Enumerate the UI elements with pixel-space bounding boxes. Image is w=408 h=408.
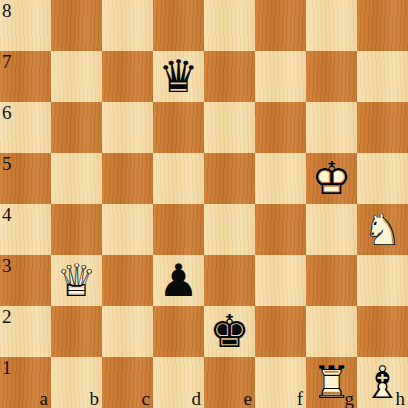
rank-label-6: 6 [2, 103, 12, 122]
square-d1[interactable]: d [153, 357, 204, 408]
square-c6[interactable] [102, 102, 153, 153]
square-e5[interactable] [204, 153, 255, 204]
square-f3[interactable] [255, 255, 306, 306]
square-e1[interactable]: e [204, 357, 255, 408]
rank-label-5: 5 [2, 154, 12, 173]
square-h1[interactable]: h♝♗ [357, 357, 408, 408]
square-c1[interactable]: c [102, 357, 153, 408]
black-pawn-fill-icon: ♟ [153, 255, 204, 306]
rank-label-2: 2 [2, 307, 12, 326]
square-c8[interactable] [102, 0, 153, 51]
square-e8[interactable] [204, 0, 255, 51]
square-f7[interactable] [255, 51, 306, 102]
rank-label-1: 1 [2, 358, 12, 377]
white-king[interactable]: ♚♔ [306, 153, 357, 204]
square-g8[interactable] [306, 0, 357, 51]
square-c4[interactable] [102, 204, 153, 255]
square-h8[interactable] [357, 0, 408, 51]
square-h5[interactable] [357, 153, 408, 204]
square-b6[interactable] [51, 102, 102, 153]
square-d2[interactable] [153, 306, 204, 357]
file-label-d: d [192, 389, 202, 408]
file-label-c: c [142, 389, 150, 408]
square-b5[interactable] [51, 153, 102, 204]
black-queen-fill-icon: ♛ [153, 51, 204, 102]
white-king-outline-icon: ♔ [306, 153, 357, 204]
square-a1[interactable]: 1a [0, 357, 51, 408]
white-rook[interactable]: ♜♖ [306, 357, 357, 408]
square-f4[interactable] [255, 204, 306, 255]
square-h3[interactable] [357, 255, 408, 306]
square-a7[interactable]: 7 [0, 51, 51, 102]
square-d7[interactable]: ♛ [153, 51, 204, 102]
square-d6[interactable] [153, 102, 204, 153]
square-e2[interactable]: ♚ [204, 306, 255, 357]
file-label-f: f [297, 389, 303, 408]
white-knight[interactable]: ♞♘ [357, 204, 408, 255]
square-d3[interactable]: ♟ [153, 255, 204, 306]
white-knight-outline-icon: ♘ [357, 204, 408, 255]
file-label-b: b [90, 389, 100, 408]
rank-label-3: 3 [2, 256, 12, 275]
white-rook-outline-icon: ♖ [306, 357, 357, 408]
square-g6[interactable] [306, 102, 357, 153]
black-king[interactable]: ♚ [204, 306, 255, 357]
square-c5[interactable] [102, 153, 153, 204]
square-f5[interactable] [255, 153, 306, 204]
square-h4[interactable]: ♞♘ [357, 204, 408, 255]
square-g3[interactable] [306, 255, 357, 306]
square-e6[interactable] [204, 102, 255, 153]
square-g5[interactable]: ♚♔ [306, 153, 357, 204]
file-label-e: e [244, 389, 252, 408]
black-pawn[interactable]: ♟ [153, 255, 204, 306]
square-d8[interactable] [153, 0, 204, 51]
square-a2[interactable]: 2 [0, 306, 51, 357]
square-a6[interactable]: 6 [0, 102, 51, 153]
square-h2[interactable] [357, 306, 408, 357]
square-f1[interactable]: f [255, 357, 306, 408]
square-d5[interactable] [153, 153, 204, 204]
square-c7[interactable] [102, 51, 153, 102]
square-f6[interactable] [255, 102, 306, 153]
rank-label-8: 8 [2, 1, 12, 20]
rank-label-4: 4 [2, 205, 12, 224]
square-e3[interactable] [204, 255, 255, 306]
square-e4[interactable] [204, 204, 255, 255]
chess-board: 87♛65♚♔4♞♘3♛♕♟2♚1abcdefg♜♖h♝♗ [0, 0, 408, 408]
square-d4[interactable] [153, 204, 204, 255]
square-b7[interactable] [51, 51, 102, 102]
square-e7[interactable] [204, 51, 255, 102]
square-b1[interactable]: b [51, 357, 102, 408]
white-queen[interactable]: ♛♕ [51, 255, 102, 306]
square-f8[interactable] [255, 0, 306, 51]
square-b8[interactable] [51, 0, 102, 51]
square-g4[interactable] [306, 204, 357, 255]
file-label-a: a [40, 389, 48, 408]
square-h6[interactable] [357, 102, 408, 153]
square-b3[interactable]: ♛♕ [51, 255, 102, 306]
square-a3[interactable]: 3 [0, 255, 51, 306]
square-b2[interactable] [51, 306, 102, 357]
square-c2[interactable] [102, 306, 153, 357]
black-queen[interactable]: ♛ [153, 51, 204, 102]
square-c3[interactable] [102, 255, 153, 306]
square-h7[interactable] [357, 51, 408, 102]
square-a4[interactable]: 4 [0, 204, 51, 255]
square-a5[interactable]: 5 [0, 153, 51, 204]
rank-label-7: 7 [2, 52, 12, 71]
square-g7[interactable] [306, 51, 357, 102]
white-queen-outline-icon: ♕ [51, 255, 102, 306]
square-g2[interactable] [306, 306, 357, 357]
square-b4[interactable] [51, 204, 102, 255]
square-g1[interactable]: g♜♖ [306, 357, 357, 408]
black-king-fill-icon: ♚ [204, 306, 255, 357]
white-bishop-outline-icon: ♗ [357, 357, 408, 408]
square-a8[interactable]: 8 [0, 0, 51, 51]
white-bishop[interactable]: ♝♗ [357, 357, 408, 408]
square-f2[interactable] [255, 306, 306, 357]
